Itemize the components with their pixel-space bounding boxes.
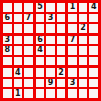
cell-r1c3[interactable] — [24, 3, 33, 12]
cell-r9c8[interactable] — [79, 89, 88, 98]
cell-r1c2[interactable] — [14, 3, 23, 12]
cell-r3c7[interactable] — [68, 24, 77, 33]
cell-r4c7[interactable]: 7 — [68, 36, 77, 45]
cell-r8c5[interactable]: 9 — [46, 79, 55, 88]
cell-r7c1[interactable] — [3, 68, 12, 77]
cell-r9c6[interactable] — [57, 89, 66, 98]
cell-r3c2[interactable] — [14, 24, 23, 33]
cell-r9c9[interactable] — [89, 89, 98, 98]
cell-r2c8[interactable] — [79, 14, 88, 23]
cell-r3c3[interactable] — [24, 24, 33, 33]
cell-r5c6[interactable] — [57, 46, 66, 55]
cell-r9c4[interactable] — [36, 89, 45, 98]
cell-r6c6[interactable] — [57, 57, 66, 66]
cell-r2c3[interactable]: 7 — [24, 14, 33, 23]
cell-r3c8[interactable]: 2 — [79, 24, 88, 33]
cell-r2c4[interactable] — [36, 14, 45, 23]
cell-r3c9[interactable] — [89, 24, 98, 33]
cell-r1c5[interactable] — [46, 3, 55, 12]
cell-r5c3[interactable] — [24, 46, 33, 55]
cell-r1c9[interactable]: 4 — [89, 3, 98, 12]
cell-r2c1[interactable]: 6 — [3, 14, 12, 23]
cell-r7c7[interactable] — [68, 68, 77, 77]
cell-r4c6[interactable] — [57, 36, 66, 45]
sudoku-board: 67531423864741293 — [0, 0, 101, 101]
cell-r4c3[interactable] — [24, 36, 33, 45]
cell-r2c2[interactable] — [14, 14, 23, 23]
cell-r6c5[interactable] — [46, 57, 55, 66]
cell-r6c9[interactable] — [89, 57, 98, 66]
cell-r8c7[interactable]: 3 — [68, 79, 77, 88]
cell-r5c2[interactable] — [14, 46, 23, 55]
cell-r6c7[interactable] — [68, 57, 77, 66]
cell-r6c1[interactable] — [3, 57, 12, 66]
cell-r5c9[interactable] — [89, 46, 98, 55]
box-r2c1: 29 — [36, 68, 66, 98]
cell-r5c8[interactable] — [79, 46, 88, 55]
cell-r7c5[interactable] — [46, 68, 55, 77]
cell-r7c8[interactable] — [79, 68, 88, 77]
cell-r7c3[interactable] — [24, 68, 33, 77]
cell-r9c2[interactable]: 1 — [14, 89, 23, 98]
box-r0c2: 142 — [68, 3, 98, 33]
cell-r5c1[interactable]: 8 — [3, 46, 12, 55]
cell-r9c7[interactable] — [68, 89, 77, 98]
cell-r4c8[interactable] — [79, 36, 88, 45]
cell-r8c8[interactable] — [79, 79, 88, 88]
cell-r1c1[interactable] — [3, 3, 12, 12]
cell-r8c4[interactable] — [36, 79, 45, 88]
cell-r9c3[interactable] — [24, 89, 33, 98]
cell-r8c1[interactable] — [3, 79, 12, 88]
box-r0c1: 53 — [36, 3, 66, 33]
cell-r2c5[interactable]: 3 — [46, 14, 55, 23]
cell-r1c4[interactable]: 5 — [36, 3, 45, 12]
cell-r8c9[interactable] — [89, 79, 98, 88]
cell-r6c4[interactable] — [36, 57, 45, 66]
cell-r1c8[interactable] — [79, 3, 88, 12]
cell-r8c3[interactable] — [24, 79, 33, 88]
cell-r3c4[interactable] — [36, 24, 45, 33]
cell-r6c3[interactable] — [24, 57, 33, 66]
cell-r4c9[interactable] — [89, 36, 98, 45]
cell-r9c5[interactable] — [46, 89, 55, 98]
cell-r5c7[interactable] — [68, 46, 77, 55]
cell-r1c6[interactable] — [57, 3, 66, 12]
cell-r3c6[interactable] — [57, 24, 66, 33]
box-r2c2: 3 — [68, 68, 98, 98]
box-r2c0: 41 — [3, 68, 33, 98]
cell-r5c4[interactable]: 4 — [36, 46, 45, 55]
cell-r7c2[interactable]: 4 — [14, 68, 23, 77]
cell-r2c7[interactable] — [68, 14, 77, 23]
cell-r9c1[interactable] — [3, 89, 12, 98]
cell-r6c2[interactable] — [14, 57, 23, 66]
cell-r4c4[interactable]: 6 — [36, 36, 45, 45]
cell-r7c6[interactable]: 2 — [57, 68, 66, 77]
cell-r5c5[interactable] — [46, 46, 55, 55]
cell-r4c1[interactable]: 3 — [3, 36, 12, 45]
cell-r8c6[interactable] — [57, 79, 66, 88]
cell-r3c5[interactable] — [46, 24, 55, 33]
cell-r2c6[interactable] — [57, 14, 66, 23]
box-r1c2: 7 — [68, 36, 98, 66]
cell-r4c2[interactable] — [14, 36, 23, 45]
box-r0c0: 67 — [3, 3, 33, 33]
box-r1c1: 64 — [36, 36, 66, 66]
cell-r2c9[interactable] — [89, 14, 98, 23]
cell-r4c5[interactable] — [46, 36, 55, 45]
cell-r6c8[interactable] — [79, 57, 88, 66]
cell-r3c1[interactable] — [3, 24, 12, 33]
cell-r8c2[interactable] — [14, 79, 23, 88]
box-r1c0: 38 — [3, 36, 33, 66]
cell-r7c4[interactable] — [36, 68, 45, 77]
cell-r7c9[interactable] — [89, 68, 98, 77]
cell-r1c7[interactable]: 1 — [68, 3, 77, 12]
